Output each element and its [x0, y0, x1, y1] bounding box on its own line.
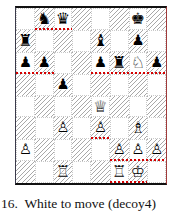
square-g7: ♟: [129, 30, 148, 52]
square-g3: ♗: [129, 117, 148, 139]
square-a2: ♙: [16, 139, 35, 161]
black-queen-piece: ♛: [56, 8, 70, 30]
square-a3: [16, 117, 35, 139]
square-c2: [54, 139, 73, 161]
square-e6: ♟: [91, 52, 110, 74]
square-b7: [35, 30, 54, 52]
square-a7: ♜: [16, 30, 35, 52]
square-g4: [129, 96, 148, 118]
square-h6: ♟: [147, 52, 166, 74]
square-d8: [72, 8, 91, 30]
square-f1: ♖: [110, 161, 129, 183]
white-rook-piece: ♖: [112, 161, 126, 183]
square-e3: ♙: [91, 117, 110, 139]
black-rook-piece: ♜: [112, 52, 126, 74]
square-c7: [54, 30, 73, 52]
square-e2: [91, 139, 110, 161]
spellcheck-underline: [110, 159, 166, 161]
square-a8: [16, 8, 35, 30]
square-h1: [147, 161, 166, 183]
white-pawn-piece: ♙: [131, 139, 144, 161]
white-pawn-piece: ♙: [19, 139, 32, 161]
square-a5: [16, 74, 35, 96]
square-f6: ♜: [110, 52, 129, 74]
square-e7: ♝: [91, 30, 110, 52]
black-rook-piece: ♜: [18, 30, 32, 52]
square-h3: [147, 117, 166, 139]
square-f8: [110, 8, 129, 30]
chess-board: ♞♛♚♜♝♟♟♟♟♜♘♟♟♕♙♙♗♙♙♙♙♖♖♔: [16, 8, 166, 183]
square-f3: [110, 117, 129, 139]
black-pawn-piece: ♟: [56, 74, 69, 96]
square-h5: [147, 74, 166, 96]
square-e1: [91, 161, 110, 183]
white-pawn-piece: ♙: [56, 117, 69, 139]
square-c4: [54, 96, 73, 118]
square-g1: ♔: [129, 161, 148, 183]
square-a1: [16, 161, 35, 183]
white-pawn-piece: ♙: [113, 139, 126, 161]
square-d3: [72, 117, 91, 139]
square-b1: [35, 161, 54, 183]
square-g5: [129, 74, 148, 96]
black-king-piece: ♚: [131, 8, 145, 30]
square-f5: [110, 74, 129, 96]
square-d4: [72, 96, 91, 118]
square-g6: ♘: [129, 52, 148, 74]
square-g8: ♚: [129, 8, 148, 30]
square-e5: [91, 74, 110, 96]
white-king-piece: ♔: [131, 161, 145, 183]
square-d6: [72, 52, 91, 74]
spellcheck-underline: [16, 72, 54, 74]
square-h8: [147, 8, 166, 30]
square-f4: [110, 96, 129, 118]
white-bishop-piece: ♗: [131, 117, 145, 139]
spellcheck-underline: [91, 72, 166, 74]
diagram-caption: 16. White to move (decoy4): [1, 196, 156, 212]
black-pawn-piece: ♟: [19, 52, 32, 74]
square-c8: ♛: [54, 8, 73, 30]
square-a6: ♟: [16, 52, 35, 74]
square-h2: ♙: [147, 139, 166, 161]
square-d7: [72, 30, 91, 52]
spellcheck-underline: [91, 137, 110, 139]
spellcheck-underline: [35, 28, 73, 30]
square-e8: [91, 8, 110, 30]
square-d5: [72, 74, 91, 96]
white-knight-piece: ♘: [131, 52, 145, 74]
square-b6: ♟: [35, 52, 54, 74]
square-d1: [72, 161, 91, 183]
square-b3: [35, 117, 54, 139]
white-rook-piece: ♖: [56, 161, 70, 183]
square-c5: ♟: [54, 74, 73, 96]
square-e4: ♕: [91, 96, 110, 118]
black-bishop-piece: ♝: [93, 30, 107, 52]
chess-board-frame: ♞♛♚♜♝♟♟♟♟♜♘♟♟♕♙♙♗♙♙♙♙♖♖♔: [15, 6, 167, 185]
white-pawn-piece: ♙: [150, 139, 163, 161]
spellcheck-underline: [110, 181, 148, 183]
square-b8: ♞: [35, 8, 54, 30]
square-f2: ♙: [110, 139, 129, 161]
square-c6: [54, 52, 73, 74]
square-g2: ♙: [129, 139, 148, 161]
square-b2: [35, 139, 54, 161]
black-pawn-piece: ♟: [131, 30, 144, 52]
square-c1: ♖: [54, 161, 73, 183]
black-pawn-piece: ♟: [150, 52, 163, 74]
square-f7: [110, 30, 129, 52]
square-b5: [35, 74, 54, 96]
square-d2: [72, 139, 91, 161]
black-pawn-piece: ♟: [94, 52, 107, 74]
chess-diagram-page: ♞♛♚♜♝♟♟♟♟♜♘♟♟♕♙♙♗♙♙♙♙♖♖♔ 16. White to mo…: [0, 0, 172, 216]
white-pawn-piece: ♙: [94, 117, 107, 139]
square-c3: ♙: [54, 117, 73, 139]
white-queen-piece: ♕: [93, 96, 107, 118]
square-b4: [35, 96, 54, 118]
black-pawn-piece: ♟: [38, 52, 51, 74]
square-a4: [16, 96, 35, 118]
black-knight-piece: ♞: [37, 8, 51, 30]
square-h7: [147, 30, 166, 52]
square-h4: [147, 96, 166, 118]
